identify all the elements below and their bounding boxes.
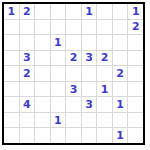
cell-r8c3[interactable] [35, 113, 50, 128]
cell-r2c4[interactable] [51, 20, 66, 35]
cell-r3c4-clue: 1 [51, 35, 66, 50]
cell-r7c4[interactable] [51, 97, 66, 112]
cell-r7c1[interactable] [4, 97, 19, 112]
cell-r1c8[interactable] [113, 4, 128, 19]
cell-r2c1[interactable] [4, 20, 19, 35]
cell-r5c9[interactable] [128, 66, 143, 81]
cell-r7c5[interactable] [66, 97, 81, 112]
cell-r6c7-clue: 1 [97, 82, 112, 97]
cell-r7c9[interactable] [128, 97, 143, 112]
cell-r4c6-clue: 3 [82, 51, 97, 66]
cell-r9c5[interactable] [66, 128, 81, 143]
cell-r7c2-clue: 4 [20, 97, 35, 112]
cell-r1c5[interactable] [66, 4, 81, 19]
cell-r8c4-clue: 1 [51, 113, 66, 128]
cell-r6c4[interactable] [51, 82, 66, 97]
cell-r5c2-clue: 2 [20, 66, 35, 81]
cell-r5c1[interactable] [4, 66, 19, 81]
cell-r6c6[interactable] [82, 82, 97, 97]
cell-r9c4[interactable] [51, 128, 66, 143]
cell-r8c1[interactable] [4, 113, 19, 128]
cell-r2c7[interactable] [97, 20, 112, 35]
cell-r5c8-clue: 2 [113, 66, 128, 81]
cell-r3c8[interactable] [113, 35, 128, 50]
cell-r7c3[interactable] [35, 97, 50, 112]
cell-r2c5[interactable] [66, 20, 81, 35]
cell-r9c3[interactable] [35, 128, 50, 143]
minesweeper-board: 1211213232223143111 [2, 2, 145, 145]
cell-r4c2-clue: 3 [20, 51, 35, 66]
cell-r1c7[interactable] [97, 4, 112, 19]
cell-r1c6-clue: 1 [82, 4, 97, 19]
cell-r1c2-clue: 2 [20, 4, 35, 19]
cell-r3c9[interactable] [128, 35, 143, 50]
cell-r8c8[interactable] [113, 113, 128, 128]
cell-r6c8[interactable] [113, 82, 128, 97]
cell-r6c5-clue: 3 [66, 82, 81, 97]
cell-r7c7[interactable] [97, 97, 112, 112]
cell-r1c4[interactable] [51, 4, 66, 19]
cell-r9c1[interactable] [4, 128, 19, 143]
cell-r4c7-clue: 2 [97, 51, 112, 66]
cell-r9c7[interactable] [97, 128, 112, 143]
cell-r3c3[interactable] [35, 35, 50, 50]
cell-r4c5-clue: 2 [66, 51, 81, 66]
cell-r2c3[interactable] [35, 20, 50, 35]
cell-r8c7[interactable] [97, 113, 112, 128]
cell-r5c3[interactable] [35, 66, 50, 81]
cell-r3c5[interactable] [66, 35, 81, 50]
cell-r6c1[interactable] [4, 82, 19, 97]
cell-r3c7[interactable] [97, 35, 112, 50]
cell-r4c9[interactable] [128, 51, 143, 66]
cell-r6c2[interactable] [20, 82, 35, 97]
cell-r5c6[interactable] [82, 66, 97, 81]
cell-r5c5[interactable] [66, 66, 81, 81]
cell-r1c1-clue: 1 [4, 4, 19, 19]
cell-r1c3[interactable] [35, 4, 50, 19]
cell-r9c6[interactable] [82, 128, 97, 143]
cell-r2c6[interactable] [82, 20, 97, 35]
puzzle-page: 1211213232223143111 [0, 0, 150, 150]
cell-r3c6[interactable] [82, 35, 97, 50]
cell-r5c4[interactable] [51, 66, 66, 81]
cell-r9c9[interactable] [128, 128, 143, 143]
cell-r2c9-clue: 2 [128, 20, 143, 35]
cell-r8c9[interactable] [128, 113, 143, 128]
cell-r1c9-clue: 1 [128, 4, 143, 19]
cell-r2c2[interactable] [20, 20, 35, 35]
cell-r4c8[interactable] [113, 51, 128, 66]
cell-r5c7[interactable] [97, 66, 112, 81]
cell-r9c8-clue: 1 [113, 128, 128, 143]
cell-r4c3[interactable] [35, 51, 50, 66]
cell-r8c6[interactable] [82, 113, 97, 128]
cell-r9c2[interactable] [20, 128, 35, 143]
cell-r8c2[interactable] [20, 113, 35, 128]
cell-r7c8-clue: 1 [113, 97, 128, 112]
cell-r2c8[interactable] [113, 20, 128, 35]
cell-r3c2[interactable] [20, 35, 35, 50]
cell-r3c1[interactable] [4, 35, 19, 50]
cell-r6c9[interactable] [128, 82, 143, 97]
cell-r6c3[interactable] [35, 82, 50, 97]
cell-r7c6-clue: 3 [82, 97, 97, 112]
cell-r8c5[interactable] [66, 113, 81, 128]
cell-r4c4[interactable] [51, 51, 66, 66]
cell-r4c1[interactable] [4, 51, 19, 66]
